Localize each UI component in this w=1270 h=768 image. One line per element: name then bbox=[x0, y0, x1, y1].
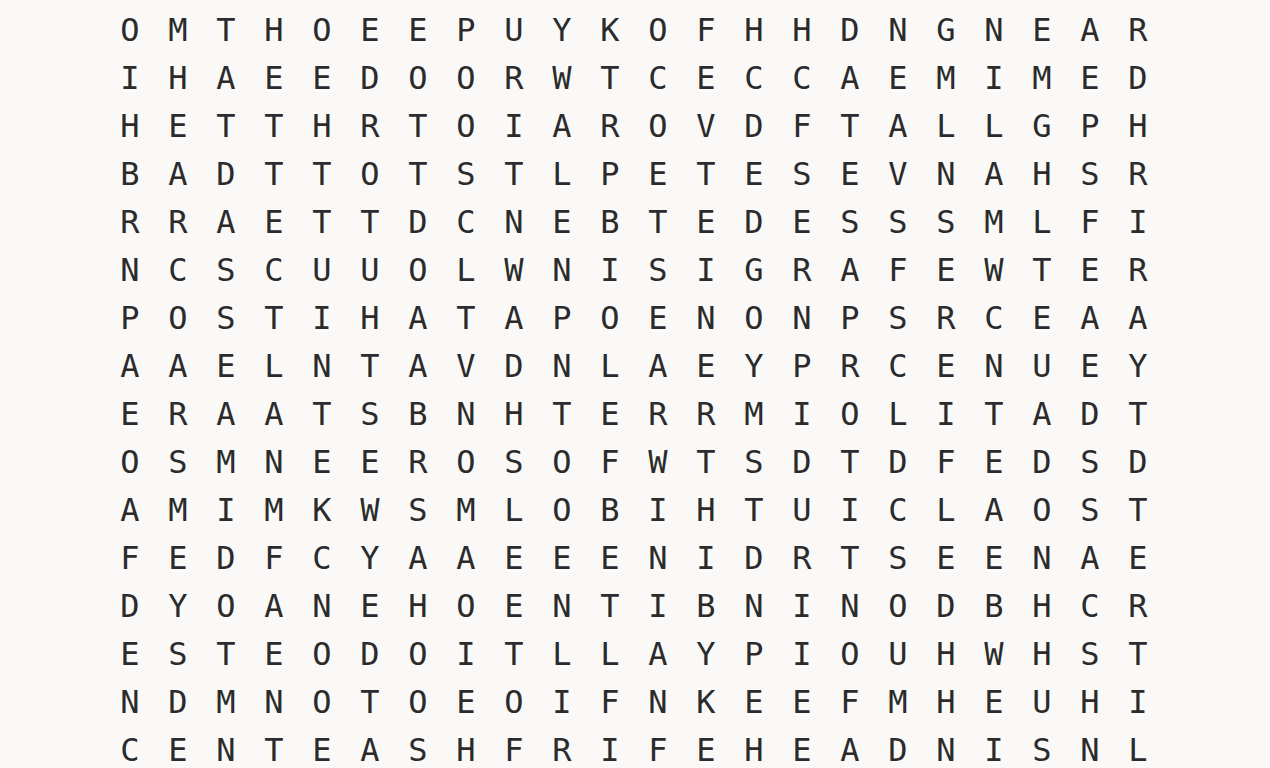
grid-cell[interactable]: E bbox=[682, 54, 730, 102]
grid-cell[interactable]: A bbox=[202, 54, 250, 102]
grid-cell[interactable]: L bbox=[922, 102, 970, 150]
grid-cell[interactable]: R bbox=[1114, 6, 1162, 54]
grid-cell[interactable]: I bbox=[442, 630, 490, 678]
grid-cell[interactable]: I bbox=[298, 294, 346, 342]
grid-cell[interactable]: R bbox=[538, 726, 586, 768]
grid-cell[interactable]: U bbox=[298, 246, 346, 294]
grid-cell[interactable]: H bbox=[922, 630, 970, 678]
grid-cell[interactable]: O bbox=[538, 438, 586, 486]
grid-cell[interactable]: R bbox=[682, 390, 730, 438]
grid-cell[interactable]: O bbox=[442, 438, 490, 486]
grid-cell[interactable]: E bbox=[154, 102, 202, 150]
grid-cell[interactable]: O bbox=[346, 150, 394, 198]
grid-cell[interactable]: H bbox=[154, 54, 202, 102]
grid-cell[interactable]: O bbox=[394, 246, 442, 294]
grid-cell[interactable]: I bbox=[202, 486, 250, 534]
grid-cell[interactable]: T bbox=[202, 630, 250, 678]
grid-cell[interactable]: M bbox=[154, 486, 202, 534]
grid-cell[interactable]: D bbox=[1066, 390, 1114, 438]
grid-cell[interactable]: G bbox=[1018, 102, 1066, 150]
grid-cell[interactable]: R bbox=[346, 102, 394, 150]
grid-cell[interactable]: B bbox=[682, 582, 730, 630]
grid-cell[interactable]: V bbox=[874, 150, 922, 198]
grid-cell[interactable]: M bbox=[250, 486, 298, 534]
grid-cell[interactable]: A bbox=[826, 54, 874, 102]
grid-cell[interactable]: N bbox=[922, 150, 970, 198]
grid-cell[interactable]: S bbox=[154, 438, 202, 486]
grid-cell[interactable]: W bbox=[346, 486, 394, 534]
grid-cell[interactable]: W bbox=[490, 246, 538, 294]
grid-cell[interactable]: U bbox=[346, 246, 394, 294]
grid-cell[interactable]: A bbox=[250, 582, 298, 630]
grid-cell[interactable]: E bbox=[442, 678, 490, 726]
grid-cell[interactable]: E bbox=[1018, 6, 1066, 54]
grid-cell[interactable]: U bbox=[1018, 678, 1066, 726]
grid-cell[interactable]: H bbox=[490, 390, 538, 438]
grid-cell[interactable]: G bbox=[730, 246, 778, 294]
grid-cell[interactable]: E bbox=[490, 582, 538, 630]
grid-cell[interactable]: E bbox=[874, 54, 922, 102]
grid-cell[interactable]: M bbox=[202, 678, 250, 726]
grid-cell[interactable]: L bbox=[1018, 198, 1066, 246]
grid-cell[interactable]: R bbox=[586, 102, 634, 150]
grid-cell[interactable]: D bbox=[154, 678, 202, 726]
grid-cell[interactable]: M bbox=[442, 486, 490, 534]
grid-cell[interactable]: A bbox=[202, 390, 250, 438]
grid-cell[interactable]: D bbox=[346, 630, 394, 678]
grid-cell[interactable]: S bbox=[874, 198, 922, 246]
grid-cell[interactable]: N bbox=[1018, 534, 1066, 582]
grid-cell[interactable]: E bbox=[586, 534, 634, 582]
grid-cell[interactable]: H bbox=[730, 726, 778, 768]
grid-cell[interactable]: Y bbox=[346, 534, 394, 582]
grid-cell[interactable]: N bbox=[874, 6, 922, 54]
grid-cell[interactable]: N bbox=[490, 198, 538, 246]
grid-cell[interactable]: F bbox=[490, 726, 538, 768]
grid-cell[interactable]: C bbox=[442, 198, 490, 246]
grid-cell[interactable]: I bbox=[1114, 678, 1162, 726]
grid-cell[interactable]: F bbox=[634, 726, 682, 768]
grid-cell[interactable]: O bbox=[826, 390, 874, 438]
grid-cell[interactable]: I bbox=[106, 54, 154, 102]
grid-cell[interactable]: F bbox=[922, 438, 970, 486]
grid-cell[interactable]: A bbox=[634, 342, 682, 390]
grid-cell[interactable]: D bbox=[730, 198, 778, 246]
grid-cell[interactable]: C bbox=[1066, 582, 1114, 630]
grid-cell[interactable]: Y bbox=[154, 582, 202, 630]
grid-cell[interactable]: T bbox=[250, 294, 298, 342]
grid-cell[interactable]: R bbox=[106, 198, 154, 246]
grid-cell[interactable]: I bbox=[778, 582, 826, 630]
grid-cell[interactable]: E bbox=[202, 342, 250, 390]
grid-cell[interactable]: S bbox=[490, 438, 538, 486]
grid-cell[interactable]: P bbox=[586, 150, 634, 198]
grid-cell[interactable]: E bbox=[1114, 534, 1162, 582]
grid-cell[interactable]: L bbox=[922, 486, 970, 534]
grid-cell[interactable]: N bbox=[682, 294, 730, 342]
grid-cell[interactable]: A bbox=[1066, 534, 1114, 582]
grid-cell[interactable]: F bbox=[826, 678, 874, 726]
grid-cell[interactable]: O bbox=[874, 582, 922, 630]
grid-cell[interactable]: P bbox=[826, 294, 874, 342]
grid-cell[interactable]: R bbox=[778, 534, 826, 582]
grid-cell[interactable]: N bbox=[1066, 726, 1114, 768]
grid-cell[interactable]: L bbox=[970, 102, 1018, 150]
grid-cell[interactable]: O bbox=[394, 54, 442, 102]
grid-cell[interactable]: D bbox=[778, 438, 826, 486]
grid-cell[interactable]: A bbox=[1018, 390, 1066, 438]
grid-cell[interactable]: T bbox=[394, 102, 442, 150]
grid-cell[interactable]: T bbox=[298, 390, 346, 438]
grid-cell[interactable]: A bbox=[154, 150, 202, 198]
grid-cell[interactable]: T bbox=[490, 630, 538, 678]
grid-cell[interactable]: C bbox=[250, 246, 298, 294]
grid-cell[interactable]: S bbox=[394, 486, 442, 534]
grid-cell[interactable]: H bbox=[394, 582, 442, 630]
grid-cell[interactable]: I bbox=[490, 102, 538, 150]
grid-cell[interactable]: H bbox=[922, 678, 970, 726]
grid-cell[interactable]: O bbox=[490, 678, 538, 726]
grid-cell[interactable]: N bbox=[538, 342, 586, 390]
grid-cell[interactable]: N bbox=[250, 438, 298, 486]
grid-cell[interactable]: R bbox=[490, 54, 538, 102]
grid-cell[interactable]: E bbox=[298, 438, 346, 486]
grid-cell[interactable]: T bbox=[970, 390, 1018, 438]
grid-cell[interactable]: H bbox=[1018, 630, 1066, 678]
grid-cell[interactable]: D bbox=[202, 534, 250, 582]
grid-cell[interactable]: L bbox=[586, 630, 634, 678]
grid-cell[interactable]: U bbox=[1018, 342, 1066, 390]
grid-cell[interactable]: E bbox=[154, 726, 202, 768]
grid-cell[interactable]: E bbox=[970, 678, 1018, 726]
grid-cell[interactable]: E bbox=[106, 390, 154, 438]
grid-cell[interactable]: R bbox=[922, 294, 970, 342]
grid-cell[interactable]: N bbox=[298, 342, 346, 390]
grid-cell[interactable]: T bbox=[442, 294, 490, 342]
grid-cell[interactable]: H bbox=[346, 294, 394, 342]
grid-cell[interactable]: E bbox=[730, 678, 778, 726]
grid-cell[interactable]: G bbox=[922, 6, 970, 54]
grid-cell[interactable]: E bbox=[682, 726, 730, 768]
grid-cell[interactable]: I bbox=[586, 246, 634, 294]
grid-cell[interactable]: E bbox=[298, 54, 346, 102]
grid-cell[interactable]: E bbox=[1066, 342, 1114, 390]
grid-cell[interactable]: C bbox=[874, 486, 922, 534]
grid-cell[interactable]: F bbox=[250, 534, 298, 582]
grid-cell[interactable]: A bbox=[346, 726, 394, 768]
grid-cell[interactable]: M bbox=[154, 6, 202, 54]
grid-cell[interactable]: O bbox=[538, 486, 586, 534]
grid-cell[interactable]: D bbox=[826, 6, 874, 54]
grid-cell[interactable]: U bbox=[874, 630, 922, 678]
grid-cell[interactable]: L bbox=[490, 486, 538, 534]
grid-cell[interactable]: A bbox=[1114, 294, 1162, 342]
grid-cell[interactable]: S bbox=[634, 246, 682, 294]
grid-cell[interactable]: T bbox=[298, 150, 346, 198]
grid-cell[interactable]: I bbox=[970, 726, 1018, 768]
grid-cell[interactable]: H bbox=[442, 726, 490, 768]
grid-cell[interactable]: E bbox=[106, 630, 154, 678]
grid-cell[interactable]: A bbox=[826, 726, 874, 768]
grid-cell[interactable]: S bbox=[1066, 486, 1114, 534]
grid-cell[interactable]: I bbox=[970, 54, 1018, 102]
grid-cell[interactable]: S bbox=[1066, 438, 1114, 486]
grid-cell[interactable]: O bbox=[634, 102, 682, 150]
grid-cell[interactable]: N bbox=[970, 6, 1018, 54]
grid-cell[interactable]: F bbox=[586, 438, 634, 486]
grid-cell[interactable]: E bbox=[778, 726, 826, 768]
grid-cell[interactable]: E bbox=[538, 198, 586, 246]
grid-cell[interactable]: F bbox=[586, 678, 634, 726]
grid-cell[interactable]: C bbox=[106, 726, 154, 768]
grid-cell[interactable]: D bbox=[1018, 438, 1066, 486]
grid-cell[interactable]: A bbox=[634, 630, 682, 678]
grid-cell[interactable]: C bbox=[874, 342, 922, 390]
grid-cell[interactable]: O bbox=[442, 582, 490, 630]
grid-cell[interactable]: P bbox=[106, 294, 154, 342]
grid-cell[interactable]: T bbox=[202, 102, 250, 150]
grid-cell[interactable]: R bbox=[778, 246, 826, 294]
grid-cell[interactable]: T bbox=[634, 198, 682, 246]
grid-cell[interactable]: N bbox=[778, 294, 826, 342]
grid-cell[interactable]: N bbox=[106, 678, 154, 726]
grid-cell[interactable]: T bbox=[1114, 390, 1162, 438]
grid-cell[interactable]: S bbox=[394, 726, 442, 768]
grid-cell[interactable]: S bbox=[874, 294, 922, 342]
grid-cell[interactable]: U bbox=[778, 486, 826, 534]
grid-cell[interactable]: S bbox=[826, 198, 874, 246]
grid-cell[interactable]: Y bbox=[538, 6, 586, 54]
grid-cell[interactable]: I bbox=[1114, 198, 1162, 246]
grid-cell[interactable]: O bbox=[298, 678, 346, 726]
grid-cell[interactable]: M bbox=[730, 390, 778, 438]
grid-cell[interactable]: D bbox=[106, 582, 154, 630]
grid-cell[interactable]: N bbox=[202, 726, 250, 768]
grid-cell[interactable]: D bbox=[730, 102, 778, 150]
grid-cell[interactable]: E bbox=[346, 582, 394, 630]
grid-cell[interactable]: A bbox=[1066, 294, 1114, 342]
grid-cell[interactable]: D bbox=[394, 198, 442, 246]
grid-cell[interactable]: E bbox=[250, 198, 298, 246]
grid-cell[interactable]: P bbox=[730, 630, 778, 678]
grid-cell[interactable]: Y bbox=[730, 342, 778, 390]
grid-cell[interactable]: S bbox=[874, 534, 922, 582]
grid-cell[interactable]: A bbox=[826, 246, 874, 294]
grid-cell[interactable]: T bbox=[826, 534, 874, 582]
grid-cell[interactable]: M bbox=[874, 678, 922, 726]
grid-cell[interactable]: H bbox=[1114, 102, 1162, 150]
grid-cell[interactable]: K bbox=[586, 6, 634, 54]
grid-cell[interactable]: F bbox=[778, 102, 826, 150]
grid-cell[interactable]: A bbox=[1066, 6, 1114, 54]
grid-cell[interactable]: R bbox=[1114, 150, 1162, 198]
grid-cell[interactable]: T bbox=[1114, 486, 1162, 534]
grid-cell[interactable]: E bbox=[970, 534, 1018, 582]
grid-cell[interactable]: H bbox=[682, 486, 730, 534]
grid-cell[interactable]: D bbox=[1114, 438, 1162, 486]
grid-cell[interactable]: S bbox=[1066, 150, 1114, 198]
grid-cell[interactable]: W bbox=[538, 54, 586, 102]
grid-cell[interactable]: C bbox=[970, 294, 1018, 342]
grid-cell[interactable]: L bbox=[1114, 726, 1162, 768]
grid-cell[interactable]: B bbox=[106, 150, 154, 198]
grid-cell[interactable]: S bbox=[346, 390, 394, 438]
grid-cell[interactable]: A bbox=[154, 342, 202, 390]
grid-cell[interactable]: E bbox=[634, 294, 682, 342]
grid-cell[interactable]: N bbox=[922, 726, 970, 768]
grid-cell[interactable]: K bbox=[682, 678, 730, 726]
grid-cell[interactable]: F bbox=[106, 534, 154, 582]
grid-cell[interactable]: I bbox=[682, 246, 730, 294]
grid-cell[interactable]: T bbox=[1114, 630, 1162, 678]
grid-cell[interactable]: O bbox=[106, 438, 154, 486]
grid-cell[interactable]: O bbox=[202, 582, 250, 630]
grid-cell[interactable]: S bbox=[202, 294, 250, 342]
grid-cell[interactable]: O bbox=[730, 294, 778, 342]
grid-cell[interactable]: L bbox=[538, 150, 586, 198]
grid-cell[interactable]: E bbox=[778, 678, 826, 726]
grid-cell[interactable]: S bbox=[154, 630, 202, 678]
grid-cell[interactable]: A bbox=[250, 390, 298, 438]
grid-cell[interactable]: E bbox=[826, 150, 874, 198]
grid-cell[interactable]: T bbox=[250, 726, 298, 768]
grid-cell[interactable]: O bbox=[298, 6, 346, 54]
grid-cell[interactable]: I bbox=[778, 630, 826, 678]
grid-cell[interactable]: P bbox=[778, 342, 826, 390]
grid-cell[interactable]: A bbox=[874, 102, 922, 150]
grid-cell[interactable]: E bbox=[922, 342, 970, 390]
grid-cell[interactable]: U bbox=[490, 6, 538, 54]
grid-cell[interactable]: P bbox=[1066, 102, 1114, 150]
grid-cell[interactable]: T bbox=[490, 150, 538, 198]
grid-cell[interactable]: A bbox=[394, 294, 442, 342]
grid-cell[interactable]: E bbox=[250, 630, 298, 678]
grid-cell[interactable]: E bbox=[1066, 54, 1114, 102]
grid-cell[interactable]: A bbox=[394, 342, 442, 390]
grid-cell[interactable]: A bbox=[970, 150, 1018, 198]
grid-cell[interactable]: N bbox=[538, 582, 586, 630]
grid-cell[interactable]: D bbox=[490, 342, 538, 390]
grid-cell[interactable]: R bbox=[394, 438, 442, 486]
grid-cell[interactable]: R bbox=[154, 198, 202, 246]
grid-cell[interactable]: T bbox=[202, 6, 250, 54]
grid-cell[interactable]: R bbox=[1114, 246, 1162, 294]
grid-cell[interactable]: N bbox=[826, 582, 874, 630]
grid-cell[interactable]: N bbox=[442, 390, 490, 438]
grid-cell[interactable]: E bbox=[346, 6, 394, 54]
grid-cell[interactable]: T bbox=[538, 390, 586, 438]
grid-cell[interactable]: A bbox=[442, 534, 490, 582]
grid-cell[interactable]: E bbox=[250, 54, 298, 102]
grid-cell[interactable]: V bbox=[682, 102, 730, 150]
grid-cell[interactable]: T bbox=[826, 438, 874, 486]
grid-cell[interactable]: E bbox=[1066, 246, 1114, 294]
grid-cell[interactable]: D bbox=[730, 534, 778, 582]
grid-cell[interactable]: F bbox=[682, 6, 730, 54]
grid-cell[interactable]: D bbox=[922, 582, 970, 630]
grid-cell[interactable]: O bbox=[298, 630, 346, 678]
grid-cell[interactable]: M bbox=[970, 198, 1018, 246]
grid-cell[interactable]: O bbox=[1018, 486, 1066, 534]
grid-cell[interactable]: H bbox=[1018, 150, 1066, 198]
grid-cell[interactable]: H bbox=[1066, 678, 1114, 726]
grid-cell[interactable]: D bbox=[874, 726, 922, 768]
grid-cell[interactable]: T bbox=[346, 678, 394, 726]
grid-cell[interactable]: T bbox=[682, 150, 730, 198]
grid-cell[interactable]: Y bbox=[1114, 342, 1162, 390]
grid-cell[interactable]: O bbox=[394, 678, 442, 726]
grid-cell[interactable]: T bbox=[682, 438, 730, 486]
grid-cell[interactable]: I bbox=[634, 486, 682, 534]
grid-cell[interactable]: O bbox=[394, 630, 442, 678]
grid-cell[interactable]: O bbox=[154, 294, 202, 342]
grid-cell[interactable]: T bbox=[586, 582, 634, 630]
grid-cell[interactable]: I bbox=[538, 678, 586, 726]
grid-cell[interactable]: D bbox=[346, 54, 394, 102]
grid-cell[interactable]: O bbox=[634, 6, 682, 54]
grid-cell[interactable]: Y bbox=[682, 630, 730, 678]
grid-cell[interactable]: K bbox=[298, 486, 346, 534]
grid-cell[interactable]: O bbox=[442, 102, 490, 150]
grid-cell[interactable]: V bbox=[442, 342, 490, 390]
grid-cell[interactable]: C bbox=[778, 54, 826, 102]
grid-cell[interactable]: R bbox=[1114, 582, 1162, 630]
grid-cell[interactable]: L bbox=[538, 630, 586, 678]
grid-cell[interactable]: E bbox=[970, 438, 1018, 486]
grid-cell[interactable]: E bbox=[682, 342, 730, 390]
grid-cell[interactable]: I bbox=[634, 582, 682, 630]
grid-cell[interactable]: A bbox=[394, 534, 442, 582]
grid-cell[interactable]: B bbox=[586, 486, 634, 534]
grid-cell[interactable]: I bbox=[826, 486, 874, 534]
grid-cell[interactable]: T bbox=[826, 102, 874, 150]
grid-cell[interactable]: T bbox=[394, 150, 442, 198]
grid-cell[interactable]: S bbox=[442, 150, 490, 198]
grid-cell[interactable]: L bbox=[250, 342, 298, 390]
grid-cell[interactable]: B bbox=[394, 390, 442, 438]
grid-cell[interactable]: E bbox=[682, 198, 730, 246]
grid-cell[interactable]: R bbox=[826, 342, 874, 390]
grid-cell[interactable]: C bbox=[730, 54, 778, 102]
grid-cell[interactable]: A bbox=[538, 102, 586, 150]
grid-cell[interactable]: E bbox=[346, 438, 394, 486]
grid-cell[interactable]: T bbox=[250, 102, 298, 150]
grid-cell[interactable]: I bbox=[682, 534, 730, 582]
grid-cell[interactable]: H bbox=[1018, 582, 1066, 630]
grid-cell[interactable]: A bbox=[202, 198, 250, 246]
grid-cell[interactable]: T bbox=[298, 198, 346, 246]
grid-cell[interactable]: P bbox=[538, 294, 586, 342]
grid-cell[interactable]: E bbox=[538, 534, 586, 582]
grid-cell[interactable]: M bbox=[1018, 54, 1066, 102]
grid-cell[interactable]: E bbox=[922, 534, 970, 582]
grid-cell[interactable]: H bbox=[106, 102, 154, 150]
grid-cell[interactable]: H bbox=[778, 6, 826, 54]
grid-cell[interactable]: E bbox=[586, 390, 634, 438]
grid-cell[interactable]: O bbox=[586, 294, 634, 342]
grid-cell[interactable]: C bbox=[154, 246, 202, 294]
grid-cell[interactable]: B bbox=[586, 198, 634, 246]
grid-cell[interactable]: E bbox=[298, 726, 346, 768]
grid-cell[interactable]: I bbox=[778, 390, 826, 438]
grid-cell[interactable]: E bbox=[634, 150, 682, 198]
grid-cell[interactable]: E bbox=[922, 246, 970, 294]
grid-cell[interactable]: H bbox=[298, 102, 346, 150]
grid-cell[interactable]: S bbox=[922, 198, 970, 246]
grid-cell[interactable]: W bbox=[970, 630, 1018, 678]
grid-cell[interactable]: L bbox=[874, 390, 922, 438]
grid-cell[interactable]: I bbox=[922, 390, 970, 438]
